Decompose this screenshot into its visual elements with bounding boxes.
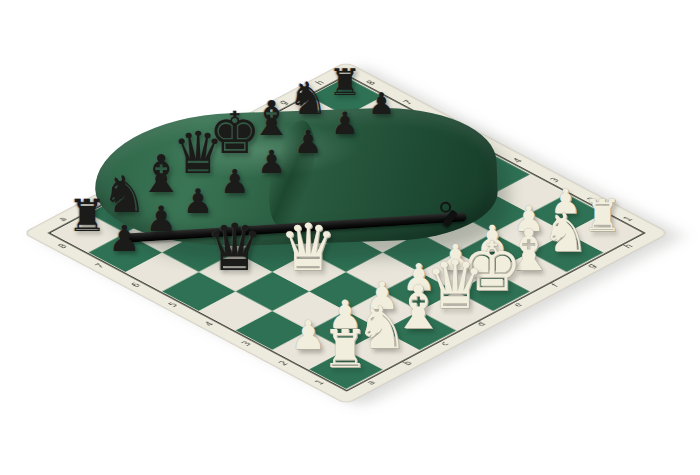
product-photo-scene: abcdefgh8877665544332211abcdefgh ♜♞♝♛♚♝♞… [0,0,700,475]
black-pawn-a7: ♟ [108,221,140,257]
black-knight-g8: ♞ [288,76,328,121]
white-rook-a1: ♜ [322,324,369,376]
white-queen-c4: ♛ [279,215,337,280]
black-rook-h8: ♜ [328,64,361,101]
black-queen-b5: ♛ [206,215,264,280]
black-pawn-d7: ♟ [220,165,250,198]
black-rook-a8: ♜ [68,194,107,238]
black-knight-b8: ♞ [102,169,148,220]
black-pawn-e7: ♟ [257,146,286,178]
black-pawn-f7: ♟ [294,126,323,158]
black-pawn-g7: ♟ [331,108,359,139]
black-pawn-b7: ♟ [145,202,176,237]
black-pawn-h7: ♟ [368,89,395,119]
